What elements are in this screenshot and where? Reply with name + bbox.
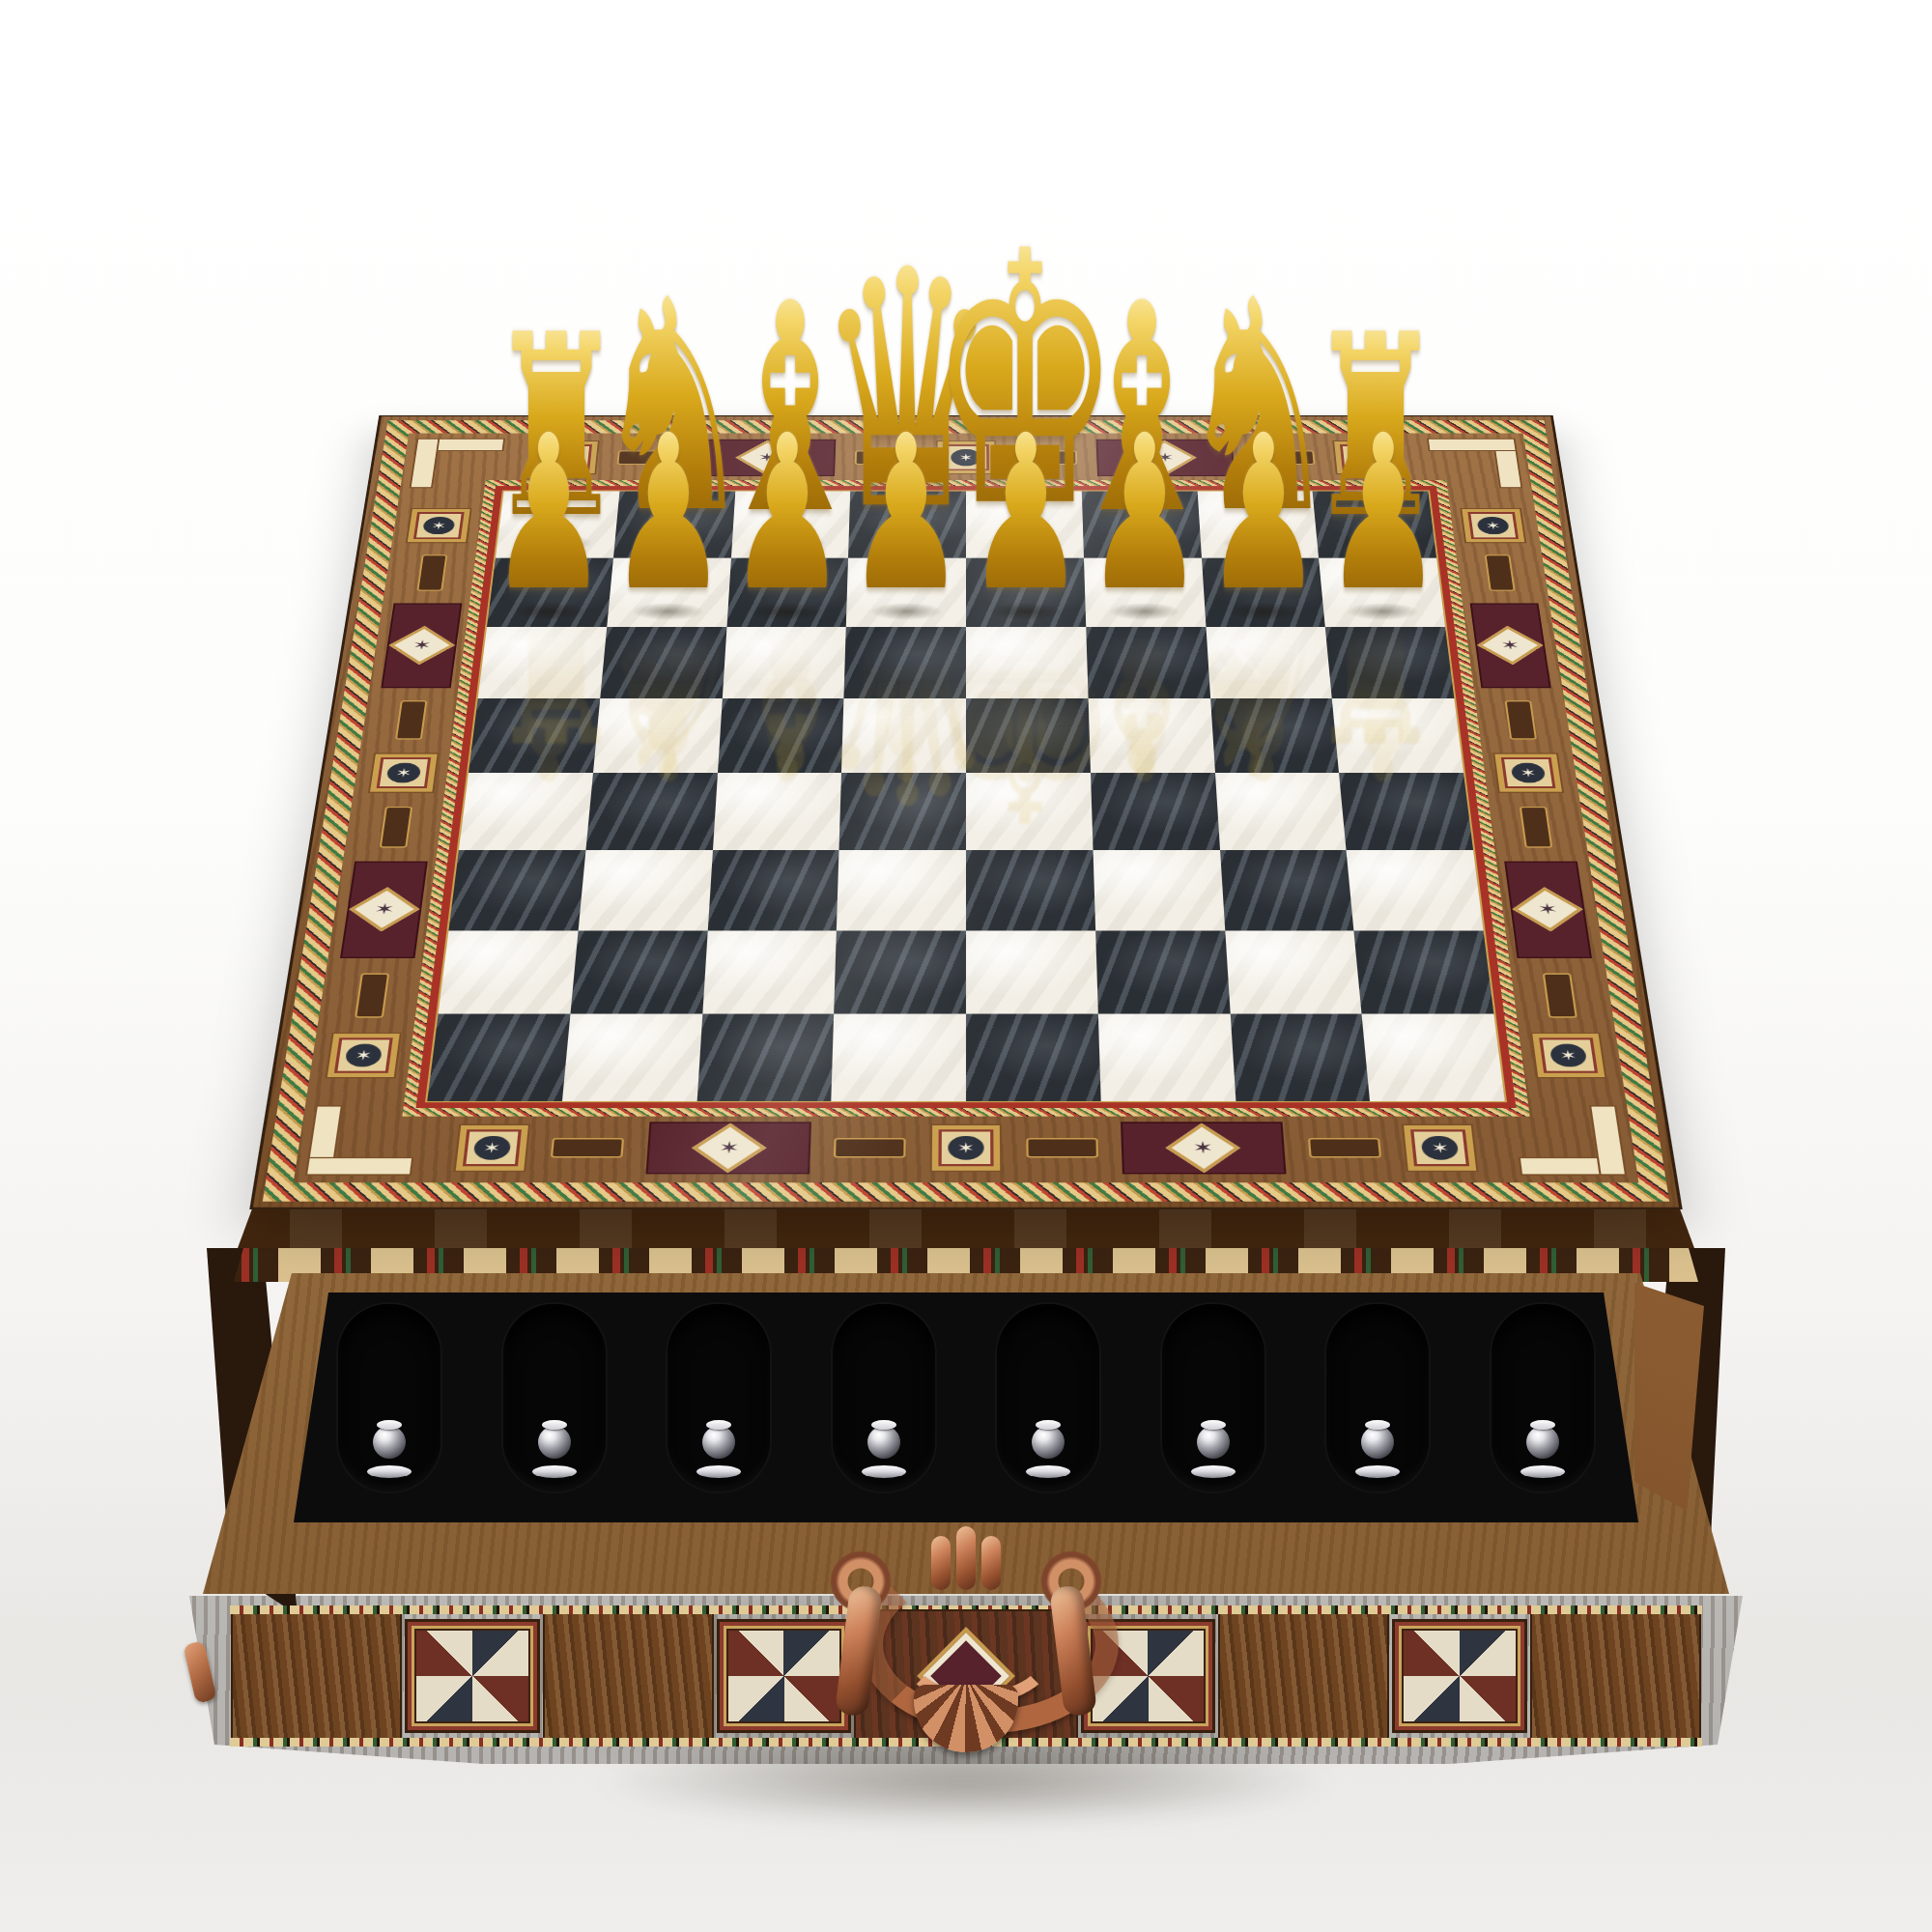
silver-pawn-stored[interactable] [1191, 1424, 1236, 1480]
square-g3[interactable] [1220, 850, 1354, 930]
inlay-bar-motif [380, 807, 412, 848]
inlay-diamond-motif: ✶ [1470, 603, 1551, 688]
silver-piece-collar [1520, 1465, 1565, 1478]
square-c3[interactable] [707, 850, 838, 930]
square-h6[interactable] [1325, 627, 1454, 698]
silver-piece-collar [367, 1465, 412, 1478]
square-c6[interactable] [722, 627, 846, 698]
inlay-bar-motif [551, 1138, 624, 1157]
drawer-front-mosaic-tile [1392, 1619, 1526, 1733]
silver-piece-collar [1026, 1465, 1070, 1478]
square-e4[interactable] [966, 773, 1093, 850]
square-f2[interactable] [1095, 930, 1230, 1014]
square-a4[interactable] [459, 773, 593, 850]
square-c4[interactable] [712, 773, 841, 850]
square-b1[interactable] [562, 1014, 702, 1101]
silver-piece-collar [862, 1465, 906, 1478]
square-e2[interactable] [966, 930, 1098, 1014]
inlay-rosette-motif: ✶ [1492, 753, 1564, 792]
drawer-slot-3[interactable] [668, 1304, 770, 1492]
square-h2[interactable] [1354, 930, 1494, 1014]
drawer-slot-1[interactable] [338, 1304, 440, 1492]
square-e1[interactable] [966, 1014, 1100, 1101]
silver-piece-head [1197, 1426, 1230, 1459]
drawer-handle[interactable] [800, 1526, 1132, 1762]
silver-piece-head [1032, 1426, 1065, 1459]
gold-pawn-e7[interactable]: ♟ [966, 406, 1085, 619]
drawer-slots-row [338, 1304, 1594, 1492]
square-h4[interactable] [1339, 773, 1473, 850]
square-b6[interactable] [600, 627, 726, 698]
silver-pawn-stored[interactable] [696, 1424, 741, 1480]
inlay-bar-motif [1505, 700, 1537, 739]
silver-piece-head [538, 1426, 571, 1459]
gold-pawn-g7[interactable]: ♟ [1205, 406, 1323, 619]
square-a1[interactable] [427, 1014, 570, 1101]
silver-piece-head [373, 1426, 406, 1459]
drawer-front-wood-panel [1218, 1609, 1389, 1743]
inlay-bar-motif [355, 973, 389, 1017]
gold-pawn-d7[interactable]: ♟ [847, 406, 966, 619]
square-e6[interactable] [966, 627, 1088, 698]
square-d2[interactable] [834, 930, 966, 1014]
square-e3[interactable] [966, 850, 1095, 930]
inlay-bar-motif [1485, 554, 1516, 590]
inlay-rosette-motif: ✶ [1530, 1033, 1607, 1079]
square-g6[interactable] [1206, 627, 1332, 698]
gold-pawn-f7[interactable]: ♟ [1086, 406, 1205, 619]
silver-piece-head [1526, 1426, 1559, 1459]
inlay-bar-motif [1543, 973, 1577, 1017]
inlay-diamond-motif: ✶ [340, 862, 428, 958]
inlay-rosette-motif: ✶ [1460, 508, 1526, 543]
drawer-front-wood-panel [543, 1609, 714, 1743]
square-f3[interactable] [1093, 850, 1224, 930]
silver-piece-collar [1355, 1465, 1400, 1478]
square-c5[interactable] [718, 698, 844, 773]
handle-crest [931, 1526, 1001, 1590]
square-g4[interactable] [1215, 773, 1347, 850]
square-f5[interactable] [1088, 698, 1214, 773]
silver-pawn-stored[interactable] [862, 1424, 906, 1480]
square-f1[interactable] [1098, 1014, 1236, 1101]
square-a5[interactable] [469, 698, 600, 773]
gold-pawn-h7[interactable]: ♟ [1323, 406, 1442, 619]
silver-pawn-stored[interactable] [1355, 1424, 1400, 1480]
inlay-rosette-motif: ✶ [368, 753, 440, 792]
square-h5[interactable] [1332, 698, 1463, 773]
inlay-bar-motif [395, 700, 427, 739]
square-f6[interactable] [1086, 627, 1210, 698]
gold-pawn-b7[interactable]: ♟ [609, 406, 727, 619]
inlay-rosette-motif: ✶ [1402, 1124, 1479, 1173]
square-b4[interactable] [585, 773, 717, 850]
drawer-front-mosaic-tile [405, 1619, 539, 1733]
inlay-rosette-motif: ✶ [453, 1124, 530, 1173]
square-f4[interactable] [1091, 773, 1220, 850]
drawer-slot-6[interactable] [1162, 1304, 1264, 1492]
square-g2[interactable] [1225, 930, 1362, 1014]
inlay-rosette-motif: ✶ [325, 1033, 402, 1079]
square-d5[interactable] [841, 698, 966, 773]
drawer-slot-7[interactable] [1326, 1304, 1429, 1492]
square-d1[interactable] [832, 1014, 966, 1101]
drawer-slot-4[interactable] [833, 1304, 935, 1492]
silver-piece-head [867, 1426, 900, 1459]
inlay-diamond-motif: ✶ [645, 1122, 811, 1174]
square-a6[interactable] [478, 627, 607, 698]
drawer-slot-2[interactable] [503, 1304, 606, 1492]
drawer-slot-5[interactable] [997, 1304, 1099, 1492]
inlay-rosette-motif: ✶ [930, 1124, 1003, 1173]
drawer-front-wood-panel [231, 1609, 402, 1743]
inlay-bar-motif [416, 554, 447, 590]
silver-pawn-stored[interactable] [1520, 1424, 1565, 1480]
square-a2[interactable] [439, 930, 579, 1014]
inlay-bar-motif [1520, 807, 1552, 848]
silver-pawn-stored[interactable] [367, 1424, 412, 1480]
silver-piece-collar [1191, 1465, 1236, 1478]
square-h3[interactable] [1347, 850, 1484, 930]
square-b3[interactable] [578, 850, 712, 930]
square-b5[interactable] [593, 698, 723, 773]
inlay-diamond-motif: ✶ [1504, 862, 1592, 958]
gold-pawn-c7[interactable]: ♟ [728, 406, 847, 619]
gold-pawn-a7[interactable]: ♟ [490, 406, 609, 619]
inlay-bar-motif [1308, 1138, 1381, 1157]
silver-pawn-stored[interactable] [1026, 1424, 1070, 1480]
silver-piece-head [702, 1426, 735, 1459]
drawer-slot-8[interactable] [1492, 1304, 1594, 1492]
square-g1[interactable] [1230, 1014, 1370, 1101]
square-a3[interactable] [448, 850, 585, 930]
silver-piece-collar [532, 1465, 577, 1478]
square-e5[interactable] [966, 698, 1091, 773]
drawer-front-wood-panel [1530, 1609, 1701, 1743]
square-h1[interactable] [1362, 1014, 1505, 1101]
square-d6[interactable] [844, 627, 966, 698]
square-d3[interactable] [837, 850, 966, 930]
inlay-diamond-motif: ✶ [381, 603, 462, 688]
silver-piece-head [1361, 1426, 1394, 1459]
square-d4[interactable] [839, 773, 966, 850]
square-b2[interactable] [570, 930, 707, 1014]
inlay-rosette-motif: ✶ [406, 508, 472, 543]
silver-pawn-stored[interactable] [532, 1424, 577, 1480]
inlay-bar-motif [1026, 1138, 1098, 1157]
inlay-bar-motif [834, 1138, 906, 1157]
silver-piece-collar [696, 1465, 741, 1478]
handle-shell [914, 1685, 1018, 1752]
square-c2[interactable] [702, 930, 837, 1014]
inlay-diamond-motif: ✶ [1121, 1122, 1287, 1174]
border-motifs-bottom: ✶✶✶✶✶ [428, 1118, 1504, 1179]
square-c1[interactable] [696, 1014, 834, 1101]
chess-box-scene: { "game": "chess", "scene": { "descripti… [0, 0, 1932, 1932]
square-g5[interactable] [1210, 698, 1340, 773]
